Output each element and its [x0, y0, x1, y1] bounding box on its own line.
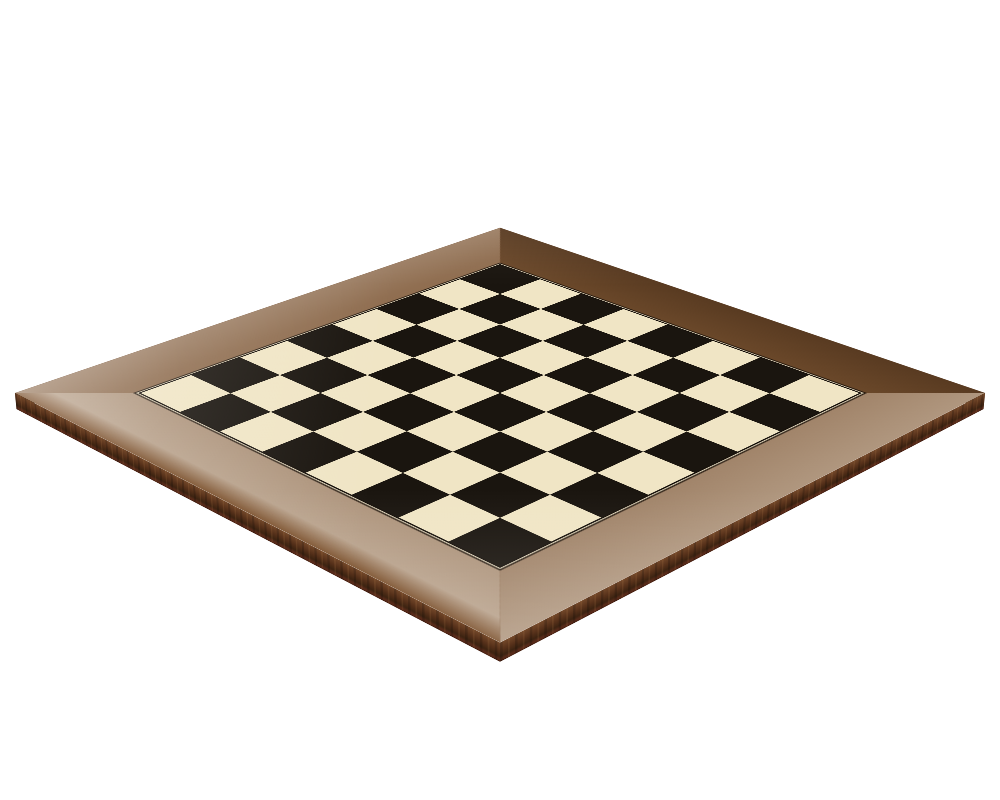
board-top-surface: [15, 228, 985, 643]
square-d2: [357, 431, 452, 472]
square-a5: [643, 431, 738, 472]
square-c3: [452, 431, 547, 472]
square-c1: [351, 473, 450, 518]
square-e3: [363, 393, 455, 431]
square-b1: [399, 495, 500, 542]
square-f1: [220, 412, 313, 452]
square-b6: [637, 393, 729, 431]
square-g1: [180, 393, 272, 431]
square-a4: [597, 452, 694, 495]
square-d1: [306, 452, 403, 495]
square-a6: [687, 412, 780, 452]
product-photo-canvas: [0, 0, 1000, 800]
square-b5: [593, 412, 686, 452]
square-e1: [262, 431, 357, 472]
square-d3: [407, 412, 500, 452]
chess-board: [15, 228, 985, 643]
square-f2: [271, 393, 363, 431]
square-e2: [313, 412, 406, 452]
square-c5: [546, 393, 638, 431]
square-b4: [548, 431, 643, 472]
square-a3: [550, 473, 649, 518]
square-a1: [448, 517, 551, 566]
square-c2: [403, 452, 500, 495]
square-b2: [450, 473, 549, 518]
square-b3: [500, 452, 597, 495]
square-a7: [729, 393, 821, 431]
square-c4: [500, 412, 593, 452]
square-a2: [500, 495, 601, 542]
square-d4: [454, 393, 546, 431]
